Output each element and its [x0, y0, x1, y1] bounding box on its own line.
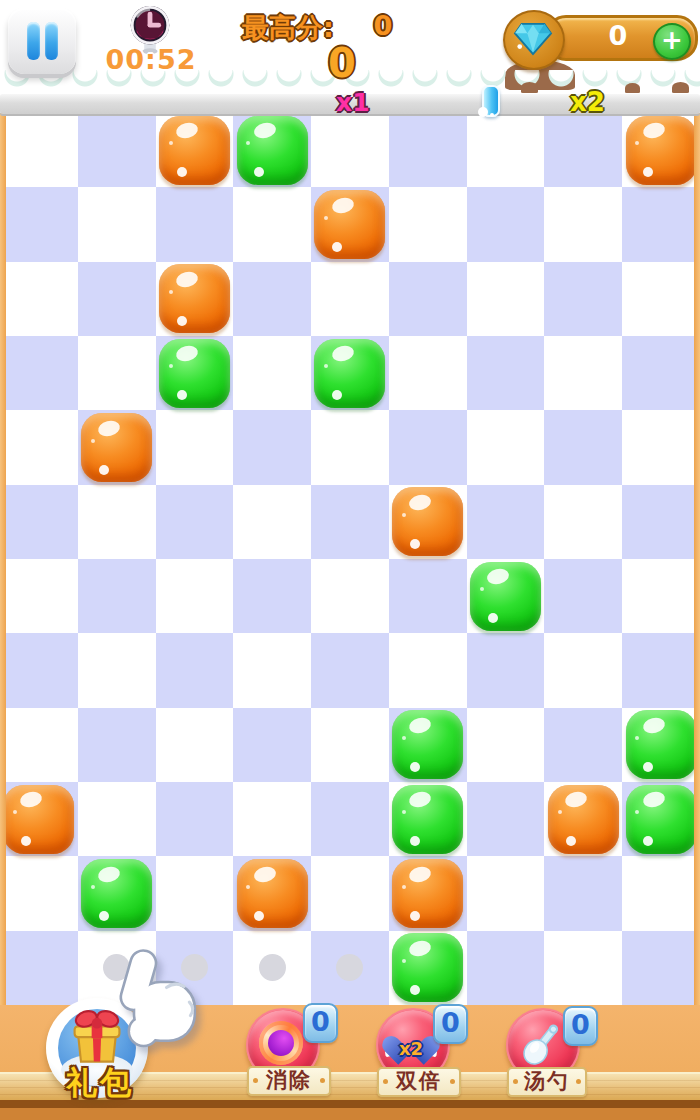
board-cell [233, 410, 311, 484]
timer-value: 00:52 [105, 44, 197, 75]
board-cell [78, 633, 156, 707]
board-cell [0, 187, 78, 261]
hint-dot [336, 954, 363, 981]
background-mound [672, 82, 689, 93]
board-cell [311, 187, 389, 261]
jelly-green[interactable] [81, 859, 152, 928]
board-cell [311, 410, 389, 484]
board-cell [311, 262, 389, 336]
board-cell [544, 113, 622, 187]
board-cell [389, 708, 467, 782]
jelly-green[interactable] [314, 339, 385, 408]
board-cell [544, 485, 622, 559]
board [0, 113, 700, 1005]
board-cell [0, 113, 78, 187]
board-cell [467, 708, 545, 782]
jelly-green[interactable] [392, 710, 463, 779]
add-gems-button[interactable]: + [653, 23, 691, 60]
board-cell [467, 559, 545, 633]
board-cell [467, 782, 545, 856]
board-cell [0, 410, 78, 484]
powerup-eliminate-label: 消除 [247, 1066, 331, 1096]
winged-heart-x2-icon: x2 [392, 1024, 430, 1060]
board-cell [78, 782, 156, 856]
board-cell [156, 559, 234, 633]
board-cell [389, 559, 467, 633]
board-cell [156, 856, 234, 930]
board-cell [389, 113, 467, 187]
board-cell [78, 262, 156, 336]
swirl-eliminate-icon [259, 1021, 303, 1065]
board-cell [467, 410, 545, 484]
board-cell [78, 113, 156, 187]
board-cell [311, 782, 389, 856]
board-cell [622, 931, 700, 1005]
board-cell [389, 782, 467, 856]
board-cell [233, 782, 311, 856]
board-cell [233, 336, 311, 410]
board-cell [622, 856, 700, 930]
jelly-orange[interactable] [159, 116, 230, 185]
board-cell [622, 187, 700, 261]
board-cell [0, 856, 78, 930]
board-cell [389, 856, 467, 930]
powerup-eliminate-count: 0 [303, 1003, 338, 1043]
board-cell [311, 633, 389, 707]
board-cell [0, 708, 78, 782]
board-cell [544, 856, 622, 930]
board-cell [0, 262, 78, 336]
board-cell [544, 931, 622, 1005]
board-left-frame [0, 113, 6, 1005]
board-cell [156, 485, 234, 559]
board-cell [311, 113, 389, 187]
board-cell [233, 485, 311, 559]
board-cell [156, 410, 234, 484]
x2-badge: x2 [392, 1038, 430, 1059]
current-score-value: 0 [318, 40, 366, 86]
spoon-icon [519, 1020, 565, 1066]
board-cell [622, 262, 700, 336]
board-cell [544, 559, 622, 633]
jelly-green[interactable] [626, 710, 697, 779]
board-cell [622, 708, 700, 782]
hand-cursor-icon [106, 948, 202, 1054]
jelly-green[interactable] [626, 785, 697, 854]
board-cell [544, 410, 622, 484]
powerup-spoon-label: 汤勺 [507, 1067, 587, 1097]
board-cell [467, 187, 545, 261]
jelly-green[interactable] [392, 933, 463, 1002]
board-cell [389, 410, 467, 484]
board-cell [233, 708, 311, 782]
powerup-double-count: 0 [433, 1004, 468, 1044]
board-cell [233, 187, 311, 261]
jelly-orange[interactable] [237, 859, 308, 928]
board-cell [544, 336, 622, 410]
board-cell [156, 187, 234, 261]
jelly-orange[interactable] [392, 487, 463, 556]
gift-pack-label: 礼包 [42, 1062, 158, 1104]
board-cell [622, 410, 700, 484]
board-cell [233, 559, 311, 633]
game-screen: 00:52 最高分: 0 0 0 + x1 x2 [0, 0, 700, 1120]
board-cell [389, 485, 467, 559]
board-cell [622, 559, 700, 633]
board-cell [544, 633, 622, 707]
jelly-green[interactable] [159, 339, 230, 408]
jelly-orange[interactable] [314, 190, 385, 259]
board-cell [544, 187, 622, 261]
board-cell [233, 113, 311, 187]
board-cell [233, 931, 311, 1005]
board-cell [389, 633, 467, 707]
board-cell [233, 633, 311, 707]
board-cell [544, 782, 622, 856]
board-cell [622, 113, 700, 187]
gem-count-value: 0 [595, 20, 641, 51]
progress-marker-icon [482, 85, 500, 117]
board-cell [0, 782, 78, 856]
jelly-green[interactable] [470, 562, 541, 631]
board-cell [467, 856, 545, 930]
board-cell [233, 262, 311, 336]
jelly-orange[interactable] [3, 785, 74, 854]
board-cell [78, 187, 156, 261]
board-cell [311, 708, 389, 782]
background-mound [625, 83, 640, 93]
background-mound [521, 82, 538, 93]
pause-icon [8, 8, 76, 74]
board-cell [622, 633, 700, 707]
board-cell [156, 336, 234, 410]
board-cell [156, 113, 234, 187]
board-cell [156, 633, 234, 707]
board-cell [0, 559, 78, 633]
board-cell [389, 931, 467, 1005]
board-cell [78, 410, 156, 484]
board-cell [311, 485, 389, 559]
board-cell [544, 708, 622, 782]
plus-icon: + [661, 25, 683, 55]
board-cell [622, 782, 700, 856]
jelly-orange[interactable] [392, 859, 463, 928]
board-cell [544, 262, 622, 336]
board-right-frame [694, 113, 700, 1005]
board-cell [233, 856, 311, 930]
board-cell [78, 856, 156, 930]
board-cell [622, 485, 700, 559]
gem-badge [503, 10, 565, 70]
board-cell [78, 559, 156, 633]
board-cell [467, 931, 545, 1005]
board-cell [78, 336, 156, 410]
board-cell [467, 633, 545, 707]
jelly-green[interactable] [237, 116, 308, 185]
best-score-value: 0 [368, 10, 398, 41]
board-cell [311, 931, 389, 1005]
board-cell [156, 262, 234, 336]
board-cell [389, 262, 467, 336]
board-cell [156, 708, 234, 782]
board-cell [156, 782, 234, 856]
board-cell [311, 559, 389, 633]
board-cell [311, 336, 389, 410]
multiplier-x2-label: x2 [570, 87, 605, 117]
diamond-gem-icon [512, 21, 554, 57]
board-cell [0, 633, 78, 707]
jelly-orange[interactable] [159, 264, 230, 333]
jelly-orange[interactable] [81, 413, 152, 482]
jelly-orange[interactable] [548, 785, 619, 854]
powerup-double-label: 双倍 [377, 1067, 461, 1097]
multiplier-x1-label: x1 [336, 88, 370, 117]
jelly-green[interactable] [392, 785, 463, 854]
board-cell [622, 336, 700, 410]
board-cell [0, 485, 78, 559]
hint-dot [259, 954, 286, 981]
board-cell [311, 856, 389, 930]
board-cell [389, 336, 467, 410]
board-cell [467, 485, 545, 559]
board-cell [0, 336, 78, 410]
board-cell [467, 262, 545, 336]
jelly-orange[interactable] [626, 116, 697, 185]
board-cell [467, 336, 545, 410]
board-cell [389, 187, 467, 261]
powerup-spoon-count: 0 [563, 1006, 598, 1046]
board-cell [467, 113, 545, 187]
board-cell [78, 485, 156, 559]
board-cell [78, 708, 156, 782]
pause-button[interactable] [8, 8, 76, 74]
